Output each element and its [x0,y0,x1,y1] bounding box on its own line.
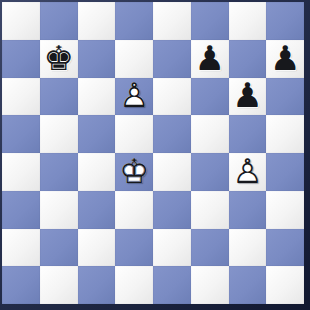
square-b6[interactable] [40,78,78,116]
pawn-outline-glyph: ♙ [115,77,153,115]
square-h6[interactable] [266,78,304,116]
square-b4[interactable] [40,153,78,191]
square-a7[interactable] [2,40,40,78]
square-c6[interactable] [78,78,116,116]
square-g6[interactable]: ♟ [229,78,267,116]
square-e1[interactable] [153,266,191,304]
square-d2[interactable] [115,229,153,267]
square-d7[interactable] [115,40,153,78]
square-b5[interactable] [40,115,78,153]
square-d4[interactable]: ♚♔ [115,153,153,191]
square-a4[interactable] [2,153,40,191]
square-g4[interactable]: ♟♙ [229,153,267,191]
square-a6[interactable] [2,78,40,116]
chess-board: ♚♟♟♟♙♟♚♔♟♙ [2,2,304,304]
square-f5[interactable] [191,115,229,153]
square-g2[interactable] [229,229,267,267]
square-b3[interactable] [40,191,78,229]
square-h5[interactable] [266,115,304,153]
square-h8[interactable] [266,2,304,40]
square-b7[interactable]: ♚ [40,40,78,78]
pawn-outline-glyph: ♙ [229,152,267,190]
square-b1[interactable] [40,266,78,304]
square-f6[interactable] [191,78,229,116]
square-f2[interactable] [191,229,229,267]
square-d3[interactable] [115,191,153,229]
black-pawn-piece[interactable]: ♟ [229,78,267,116]
square-a3[interactable] [2,191,40,229]
white-pawn-piece[interactable]: ♟♙ [115,78,153,116]
square-b8[interactable] [40,2,78,40]
black-king-piece[interactable]: ♚ [40,40,78,78]
square-g5[interactable] [229,115,267,153]
square-f1[interactable] [191,266,229,304]
king-glyph: ♚ [40,39,78,77]
square-g8[interactable] [229,2,267,40]
square-f3[interactable] [191,191,229,229]
square-h7[interactable]: ♟ [266,40,304,78]
square-b2[interactable] [40,229,78,267]
square-d8[interactable] [115,2,153,40]
square-e7[interactable] [153,40,191,78]
square-h3[interactable] [266,191,304,229]
square-d1[interactable] [115,266,153,304]
square-c4[interactable] [78,153,116,191]
square-g3[interactable] [229,191,267,229]
square-d5[interactable] [115,115,153,153]
pawn-glyph: ♟ [191,39,229,77]
square-e6[interactable] [153,78,191,116]
square-c3[interactable] [78,191,116,229]
square-c2[interactable] [78,229,116,267]
square-c1[interactable] [78,266,116,304]
white-pawn-piece[interactable]: ♟♙ [229,153,267,191]
square-e4[interactable] [153,153,191,191]
square-f8[interactable] [191,2,229,40]
square-g7[interactable] [229,40,267,78]
square-c7[interactable] [78,40,116,78]
square-f7[interactable]: ♟ [191,40,229,78]
square-a2[interactable] [2,229,40,267]
square-a5[interactable] [2,115,40,153]
king-outline-glyph: ♔ [115,152,153,190]
square-h4[interactable] [266,153,304,191]
square-c8[interactable] [78,2,116,40]
black-pawn-piece[interactable]: ♟ [191,40,229,78]
square-f4[interactable] [191,153,229,191]
square-a8[interactable] [2,2,40,40]
chess-diagram-frame: ♚♟♟♟♙♟♚♔♟♙ [0,0,310,310]
square-g1[interactable] [229,266,267,304]
square-e8[interactable] [153,2,191,40]
white-king-piece[interactable]: ♚♔ [115,153,153,191]
black-pawn-piece[interactable]: ♟ [266,40,304,78]
square-e3[interactable] [153,191,191,229]
square-c5[interactable] [78,115,116,153]
square-e2[interactable] [153,229,191,267]
square-h1[interactable] [266,266,304,304]
pawn-glyph: ♟ [266,39,304,77]
square-a1[interactable] [2,266,40,304]
square-e5[interactable] [153,115,191,153]
pawn-glyph: ♟ [229,77,267,115]
square-d6[interactable]: ♟♙ [115,78,153,116]
square-h2[interactable] [266,229,304,267]
